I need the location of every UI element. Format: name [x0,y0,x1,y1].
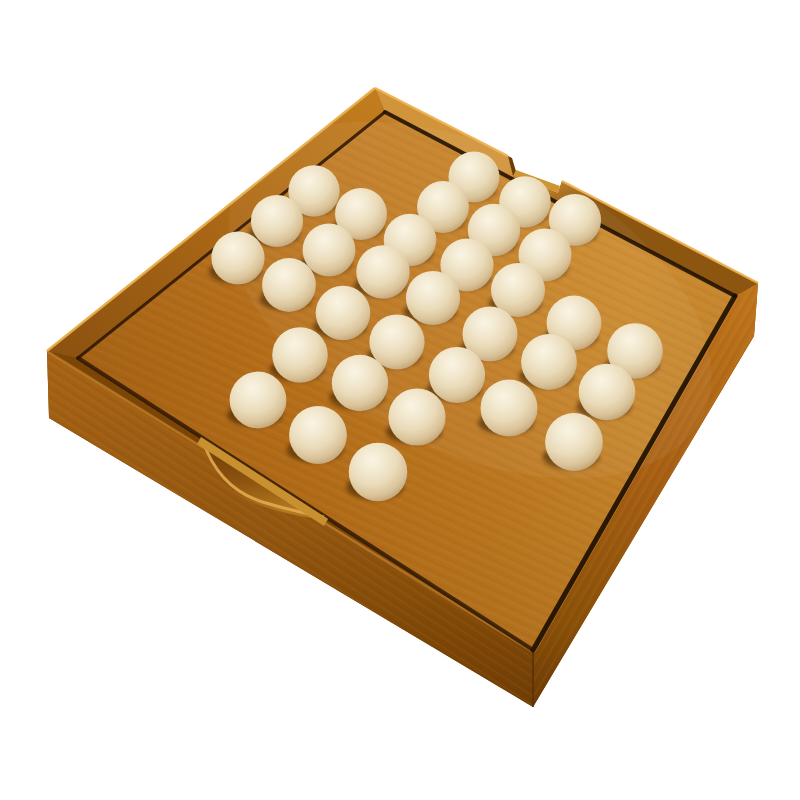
marble-sphere[interactable] [262,258,316,312]
marble-sphere[interactable] [388,388,445,445]
marble-sphere[interactable] [316,286,371,341]
marble-sphere[interactable] [579,364,636,421]
board-surface [78,48,770,650]
marble-sphere[interactable] [303,224,356,277]
marble-sphere[interactable] [272,327,328,383]
marble-sphere[interactable] [429,347,485,403]
marble-sphere[interactable] [211,231,264,284]
product-photo-peg-solitaire [0,0,800,800]
marble-sphere[interactable] [521,334,577,390]
marble-sphere[interactable] [481,380,538,437]
marble-sphere[interactable] [545,413,603,471]
solitaire-box-scene [0,0,800,800]
marble-sphere[interactable] [406,271,460,325]
marble-sphere[interactable] [332,355,388,411]
marble-sphere[interactable] [230,372,287,429]
marble-sphere[interactable] [356,245,409,298]
marble-sphere[interactable] [349,443,408,502]
marble-sphere[interactable] [289,406,347,464]
marble-sphere[interactable] [251,195,303,247]
